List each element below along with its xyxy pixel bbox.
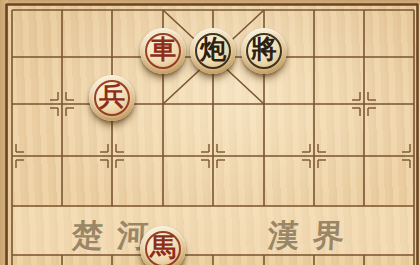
piece-character: 將 — [251, 37, 277, 63]
piece-red-horse[interactable]: 馬 — [140, 226, 186, 265]
piece-red-soldier[interactable]: 兵 — [89, 75, 135, 121]
river-label-han-jie: 漢界 — [267, 216, 359, 256]
xiangqi-screenshot: 楚河 漢界 車炮將兵馬 — [0, 0, 420, 265]
piece-character: 炮 — [200, 37, 226, 63]
piece-character: 車 — [150, 37, 176, 63]
piece-black-general[interactable]: 將 — [241, 28, 287, 74]
piece-character: 馬 — [150, 235, 176, 261]
piece-black-cannon[interactable]: 炮 — [190, 28, 236, 74]
piece-character: 兵 — [99, 84, 125, 110]
piece-red-chariot[interactable]: 車 — [140, 28, 186, 74]
xiangqi-board[interactable]: 楚河 漢界 車炮將兵馬 — [0, 0, 420, 265]
